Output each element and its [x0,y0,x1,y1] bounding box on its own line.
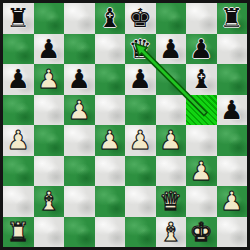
square-b4[interactable] [34,125,65,156]
square-f8[interactable] [156,3,187,34]
square-b2[interactable]: ♝ [34,186,65,217]
square-d4[interactable]: ♟ [95,125,126,156]
piece-wr-a1[interactable]: ♜ [7,219,30,245]
piece-wp-c5[interactable]: ♟ [68,97,91,123]
square-b5[interactable] [34,95,65,126]
piece-wp-h2[interactable]: ♟ [220,188,243,214]
piece-wp-b6[interactable]: ♟ [37,66,60,92]
square-h8[interactable]: ♜ [217,3,248,34]
square-f4[interactable]: ♟ [156,125,187,156]
square-c5[interactable]: ♟ [64,95,95,126]
square-d7[interactable] [95,34,126,65]
piece-wb-f1[interactable]: ♝ [159,219,182,245]
square-d8[interactable]: ♝ [95,3,126,34]
square-a8[interactable]: ♜ [3,3,34,34]
piece-br-a8[interactable]: ♜ [7,5,30,31]
square-b8[interactable] [34,3,65,34]
square-a5[interactable] [3,95,34,126]
square-c8[interactable] [64,3,95,34]
square-f3[interactable] [156,156,187,187]
piece-bp-e6[interactable]: ♟ [129,66,152,92]
square-h6[interactable] [217,64,248,95]
piece-wq-f2[interactable]: ♛ [159,188,182,214]
square-a1[interactable]: ♜ [3,217,34,248]
piece-bb-g6[interactable]: ♝ [190,66,213,92]
square-f6[interactable] [156,64,187,95]
square-e4[interactable]: ♟ [125,125,156,156]
square-g7[interactable]: ♟ [186,34,217,65]
piece-wp-g3[interactable]: ♟ [190,158,213,184]
piece-bp-b7[interactable]: ♟ [37,36,60,62]
square-c1[interactable] [64,217,95,248]
piece-bp-g7[interactable]: ♟ [190,36,213,62]
piece-bp-f7[interactable]: ♟ [159,36,182,62]
square-g4[interactable] [186,125,217,156]
square-g6[interactable]: ♝ [186,64,217,95]
square-a4[interactable]: ♟ [3,125,34,156]
piece-bp-a6[interactable]: ♟ [7,66,30,92]
square-g2[interactable] [186,186,217,217]
square-d1[interactable] [95,217,126,248]
square-e1[interactable] [125,217,156,248]
piece-bk-e8[interactable]: ♚ [129,5,152,31]
piece-bp-c6[interactable]: ♟ [68,66,91,92]
piece-wp-f4[interactable]: ♟ [159,127,182,153]
square-e5[interactable] [125,95,156,126]
square-c4[interactable] [64,125,95,156]
square-c7[interactable] [64,34,95,65]
square-b1[interactable] [34,217,65,248]
piece-br-h8[interactable]: ♜ [220,5,243,31]
square-g8[interactable] [186,3,217,34]
piece-bb-d8[interactable]: ♝ [98,5,121,31]
piece-wp-a4[interactable]: ♟ [7,127,30,153]
square-d3[interactable] [95,156,126,187]
piece-wb-b2[interactable]: ♝ [37,188,60,214]
piece-wk-g1[interactable]: ♚ [190,219,213,245]
square-h3[interactable] [217,156,248,187]
piece-wp-d4[interactable]: ♟ [98,127,121,153]
square-h4[interactable] [217,125,248,156]
square-b3[interactable] [34,156,65,187]
square-e6[interactable]: ♟ [125,64,156,95]
square-a3[interactable] [3,156,34,187]
square-h1[interactable] [217,217,248,248]
square-b7[interactable]: ♟ [34,34,65,65]
square-e7[interactable]: ♛ [125,34,156,65]
square-e3[interactable] [125,156,156,187]
square-d2[interactable] [95,186,126,217]
square-a2[interactable] [3,186,34,217]
square-e2[interactable] [125,186,156,217]
square-h7[interactable] [217,34,248,65]
square-g5[interactable] [186,95,217,126]
square-a6[interactable]: ♟ [3,64,34,95]
square-c6[interactable]: ♟ [64,64,95,95]
square-c2[interactable] [64,186,95,217]
square-h2[interactable]: ♟ [217,186,248,217]
piece-wp-e4[interactable]: ♟ [129,127,152,153]
chess-board-frame: ♜♝♚♜♟♛♟♟♟♟♟♟♝♟♟♟♟♟♟♟♝♛♟♜♝♚ [0,0,250,250]
square-e8[interactable]: ♚ [125,3,156,34]
square-f1[interactable]: ♝ [156,217,187,248]
square-f5[interactable] [156,95,187,126]
square-c3[interactable] [64,156,95,187]
square-h5[interactable]: ♟ [217,95,248,126]
chess-board[interactable]: ♜♝♚♜♟♛♟♟♟♟♟♟♝♟♟♟♟♟♟♟♝♛♟♜♝♚ [3,3,247,247]
square-g1[interactable]: ♚ [186,217,217,248]
square-f7[interactable]: ♟ [156,34,187,65]
piece-bp-h5[interactable]: ♟ [220,97,243,123]
square-d5[interactable] [95,95,126,126]
square-f2[interactable]: ♛ [156,186,187,217]
square-b6[interactable]: ♟ [34,64,65,95]
chess-app: ♜♝♚♜♟♛♟♟♟♟♟♟♝♟♟♟♟♟♟♟♝♛♟♜♝♚ [0,0,250,250]
piece-bq-e7[interactable]: ♛ [129,36,152,62]
square-g3[interactable]: ♟ [186,156,217,187]
square-d6[interactable] [95,64,126,95]
square-a7[interactable] [3,34,34,65]
